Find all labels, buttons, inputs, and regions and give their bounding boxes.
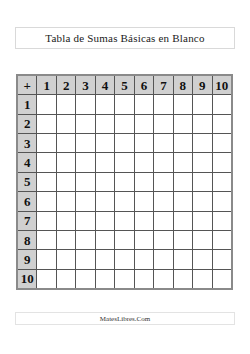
worksheet-title-box: Tabla de Sumas Básicas en Blanco (15, 27, 235, 49)
answer-cell-5-plus-8 (174, 173, 192, 191)
answer-cell-1-plus-4 (96, 95, 114, 113)
answer-cell-6-plus-8 (174, 192, 192, 210)
answer-cell-7-plus-6 (135, 212, 153, 230)
row-header-cell-3: 3 (18, 134, 36, 152)
answer-cell-5-plus-3 (76, 173, 94, 191)
answer-cell-3-plus-1 (37, 134, 55, 152)
column-header-cell-8: 8 (174, 76, 192, 94)
addition-table: +1234567891012345678910 (16, 74, 233, 290)
answer-cell-2-plus-8 (174, 115, 192, 133)
answer-cell-3-plus-8 (174, 134, 192, 152)
answer-cell-6-plus-4 (96, 192, 114, 210)
answer-cell-4-plus-5 (115, 153, 133, 171)
answer-cell-8-plus-2 (57, 231, 75, 249)
footer-text: MatesLibres.Com (100, 315, 150, 323)
column-header-cell-3: 3 (76, 76, 94, 94)
answer-cell-7-plus-3 (76, 212, 94, 230)
answer-cell-10-plus-1 (37, 270, 55, 288)
answer-cell-7-plus-8 (174, 212, 192, 230)
answer-cell-8-plus-4 (96, 231, 114, 249)
row-header-cell-4: 4 (18, 153, 36, 171)
answer-cell-1-plus-2 (57, 95, 75, 113)
answer-cell-8-plus-1 (37, 231, 55, 249)
answer-cell-5-plus-1 (37, 173, 55, 191)
answer-cell-6-plus-1 (37, 192, 55, 210)
answer-cell-9-plus-8 (174, 250, 192, 268)
answer-cell-10-plus-4 (96, 270, 114, 288)
answer-cell-9-plus-1 (37, 250, 55, 268)
answer-cell-8-plus-6 (135, 231, 153, 249)
column-header-cell-9: 9 (193, 76, 211, 94)
answer-cell-6-plus-2 (57, 192, 75, 210)
answer-cell-3-plus-7 (154, 134, 172, 152)
answer-cell-6-plus-10 (213, 192, 231, 210)
answer-cell-7-plus-9 (193, 212, 211, 230)
answer-cell-5-plus-5 (115, 173, 133, 191)
answer-cell-6-plus-7 (154, 192, 172, 210)
answer-cell-2-plus-10 (213, 115, 231, 133)
answer-cell-9-plus-3 (76, 250, 94, 268)
answer-cell-10-plus-9 (193, 270, 211, 288)
answer-cell-8-plus-5 (115, 231, 133, 249)
answer-cell-3-plus-3 (76, 134, 94, 152)
answer-cell-2-plus-3 (76, 115, 94, 133)
answer-cell-6-plus-5 (115, 192, 133, 210)
answer-cell-7-plus-1 (37, 212, 55, 230)
answer-cell-9-plus-7 (154, 250, 172, 268)
column-header-cell-1: 1 (37, 76, 55, 94)
answer-cell-4-plus-2 (57, 153, 75, 171)
row-header-cell-1: 1 (18, 95, 36, 113)
answer-cell-1-plus-1 (37, 95, 55, 113)
column-header-cell-2: 2 (57, 76, 75, 94)
answer-cell-8-plus-10 (213, 231, 231, 249)
row-header-cell-9: 9 (18, 250, 36, 268)
answer-cell-2-plus-6 (135, 115, 153, 133)
answer-cell-1-plus-6 (135, 95, 153, 113)
footer-box: MatesLibres.Com (15, 312, 235, 325)
row-header-cell-8: 8 (18, 231, 36, 249)
answer-cell-1-plus-8 (174, 95, 192, 113)
answer-cell-4-plus-4 (96, 153, 114, 171)
answer-cell-7-plus-2 (57, 212, 75, 230)
answer-cell-8-plus-7 (154, 231, 172, 249)
answer-cell-7-plus-5 (115, 212, 133, 230)
column-header-cell-4: 4 (96, 76, 114, 94)
answer-cell-9-plus-2 (57, 250, 75, 268)
answer-cell-4-plus-9 (193, 153, 211, 171)
answer-cell-1-plus-5 (115, 95, 133, 113)
answer-cell-1-plus-3 (76, 95, 94, 113)
row-header-cell-10: 10 (18, 270, 36, 288)
answer-cell-6-plus-3 (76, 192, 94, 210)
answer-cell-6-plus-6 (135, 192, 153, 210)
answer-cell-4-plus-1 (37, 153, 55, 171)
answer-cell-2-plus-9 (193, 115, 211, 133)
column-header-cell-5: 5 (115, 76, 133, 94)
answer-cell-5-plus-9 (193, 173, 211, 191)
answer-cell-2-plus-2 (57, 115, 75, 133)
answer-cell-7-plus-4 (96, 212, 114, 230)
answer-cell-2-plus-7 (154, 115, 172, 133)
answer-cell-2-plus-4 (96, 115, 114, 133)
answer-cell-10-plus-6 (135, 270, 153, 288)
answer-cell-7-plus-10 (213, 212, 231, 230)
answer-cell-1-plus-10 (213, 95, 231, 113)
answer-cell-8-plus-8 (174, 231, 192, 249)
answer-cell-4-plus-8 (174, 153, 192, 171)
row-header-cell-2: 2 (18, 115, 36, 133)
answer-cell-3-plus-9 (193, 134, 211, 152)
answer-cell-5-plus-4 (96, 173, 114, 191)
column-header-cell-10: 10 (213, 76, 231, 94)
answer-cell-9-plus-4 (96, 250, 114, 268)
answer-cell-10-plus-8 (174, 270, 192, 288)
row-header-cell-5: 5 (18, 173, 36, 191)
answer-cell-8-plus-3 (76, 231, 94, 249)
answer-cell-10-plus-10 (213, 270, 231, 288)
answer-cell-2-plus-1 (37, 115, 55, 133)
answer-cell-4-plus-7 (154, 153, 172, 171)
answer-cell-3-plus-4 (96, 134, 114, 152)
answer-cell-3-plus-2 (57, 134, 75, 152)
answer-cell-9-plus-6 (135, 250, 153, 268)
answer-cell-5-plus-10 (213, 173, 231, 191)
answer-cell-9-plus-5 (115, 250, 133, 268)
column-header-cell-7: 7 (154, 76, 172, 94)
answer-cell-2-plus-5 (115, 115, 133, 133)
answer-cell-9-plus-10 (213, 250, 231, 268)
column-header-cell-6: 6 (135, 76, 153, 94)
answer-cell-5-plus-2 (57, 173, 75, 191)
answer-cell-5-plus-7 (154, 173, 172, 191)
answer-cell-10-plus-2 (57, 270, 75, 288)
worksheet-title: Tabla de Sumas Básicas en Blanco (45, 32, 204, 44)
row-header-cell-6: 6 (18, 192, 36, 210)
answer-cell-1-plus-9 (193, 95, 211, 113)
answer-cell-3-plus-6 (135, 134, 153, 152)
row-header-cell-7: 7 (18, 212, 36, 230)
answer-cell-4-plus-6 (135, 153, 153, 171)
answer-cell-4-plus-3 (76, 153, 94, 171)
answer-cell-4-plus-10 (213, 153, 231, 171)
answer-cell-5-plus-6 (135, 173, 153, 191)
answer-cell-3-plus-5 (115, 134, 133, 152)
answer-cell-10-plus-7 (154, 270, 172, 288)
answer-cell-9-plus-9 (193, 250, 211, 268)
answer-cell-7-plus-7 (154, 212, 172, 230)
answer-cell-3-plus-10 (213, 134, 231, 152)
answer-cell-1-plus-7 (154, 95, 172, 113)
answer-cell-8-plus-9 (193, 231, 211, 249)
addition-table-grid: +1234567891012345678910 (18, 76, 231, 288)
answer-cell-6-plus-9 (193, 192, 211, 210)
operator-plus-cell: + (18, 76, 36, 94)
answer-cell-10-plus-3 (76, 270, 94, 288)
answer-cell-10-plus-5 (115, 270, 133, 288)
